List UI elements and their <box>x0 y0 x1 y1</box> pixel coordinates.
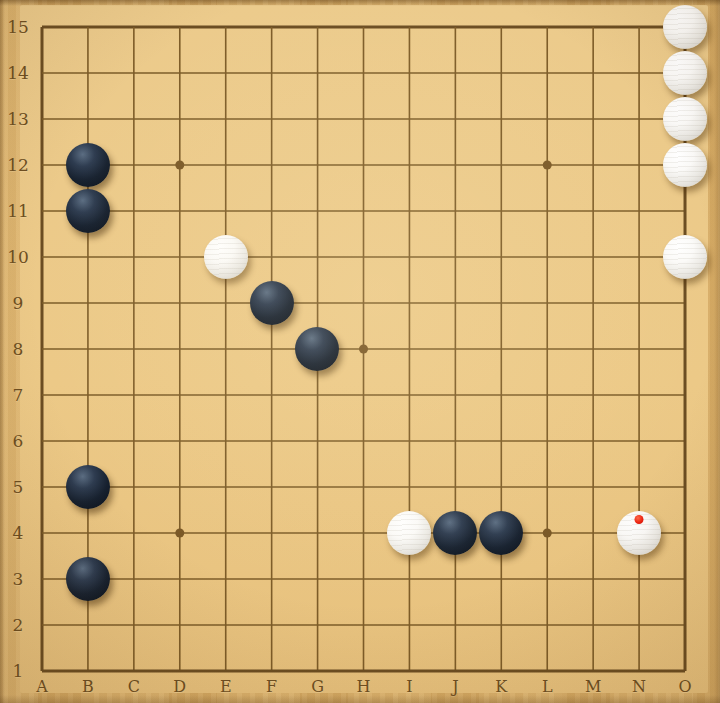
black-stone-B12 <box>66 143 110 187</box>
row-label-8: 8 <box>2 339 34 359</box>
intersection-C11[interactable] <box>111 188 157 234</box>
intersection-G7[interactable] <box>295 372 341 418</box>
intersection-K8[interactable] <box>478 326 524 372</box>
col-label-J: J <box>439 675 471 699</box>
intersection-E4[interactable] <box>203 510 249 556</box>
intersection-L9[interactable] <box>524 280 570 326</box>
intersection-J10[interactable] <box>432 234 478 280</box>
intersection-J11[interactable] <box>432 188 478 234</box>
intersection-F12[interactable] <box>249 142 295 188</box>
white-stone-I4 <box>387 511 431 555</box>
intersection-G14[interactable] <box>295 50 341 96</box>
intersection-G9[interactable] <box>295 280 341 326</box>
intersection-F5[interactable] <box>249 464 295 510</box>
row-label-15: 15 <box>2 17 34 37</box>
intersection-B10[interactable] <box>65 234 111 280</box>
intersection-D14[interactable] <box>157 50 203 96</box>
intersection-G5[interactable] <box>295 464 341 510</box>
intersection-E11[interactable] <box>203 188 249 234</box>
intersection-N10[interactable] <box>616 234 662 280</box>
intersection-F3[interactable] <box>249 556 295 602</box>
intersection-K10[interactable] <box>478 234 524 280</box>
intersection-O8[interactable] <box>662 326 708 372</box>
intersection-J6[interactable] <box>432 418 478 464</box>
black-stone-K4 <box>479 511 523 555</box>
intersection-G4[interactable] <box>295 510 341 556</box>
intersection-N2[interactable] <box>616 602 662 648</box>
intersection-H5[interactable] <box>340 464 386 510</box>
col-label-F: F <box>256 675 288 699</box>
intersection-I5[interactable] <box>386 464 432 510</box>
intersection-F11[interactable] <box>249 188 295 234</box>
intersection-G10[interactable] <box>295 234 341 280</box>
intersection-N14[interactable] <box>616 50 662 96</box>
intersection-M14[interactable] <box>570 50 616 96</box>
intersection-G15[interactable] <box>295 4 341 50</box>
intersection-I11[interactable] <box>386 188 432 234</box>
intersection-F6[interactable] <box>249 418 295 464</box>
white-stone-O10 <box>663 235 707 279</box>
white-stone-O14 <box>663 51 707 95</box>
intersection-D7[interactable] <box>157 372 203 418</box>
intersection-K7[interactable] <box>478 372 524 418</box>
intersection-H15[interactable] <box>340 4 386 50</box>
intersection-N6[interactable] <box>616 418 662 464</box>
intersection-M5[interactable] <box>570 464 616 510</box>
intersection-K2[interactable] <box>478 602 524 648</box>
row-label-10: 10 <box>2 247 34 267</box>
intersection-G12[interactable] <box>295 142 341 188</box>
intersection-M3[interactable] <box>570 556 616 602</box>
row-label-3: 3 <box>2 569 34 589</box>
intersection-O6[interactable] <box>662 418 708 464</box>
intersection-L4[interactable] <box>524 510 570 556</box>
black-stone-B5 <box>66 465 110 509</box>
intersection-L11[interactable] <box>524 188 570 234</box>
col-label-H: H <box>348 675 380 699</box>
col-label-I: I <box>393 675 425 699</box>
intersection-H2[interactable] <box>340 602 386 648</box>
intersection-F4[interactable] <box>249 510 295 556</box>
intersection-F14[interactable] <box>249 50 295 96</box>
intersection-J3[interactable] <box>432 556 478 602</box>
intersection-K11[interactable] <box>478 188 524 234</box>
intersection-N11[interactable] <box>616 188 662 234</box>
intersection-I10[interactable] <box>386 234 432 280</box>
intersection-I12[interactable] <box>386 142 432 188</box>
intersection-H14[interactable] <box>340 50 386 96</box>
intersection-E15[interactable] <box>203 4 249 50</box>
intersection-L8[interactable] <box>524 326 570 372</box>
intersection-H10[interactable] <box>340 234 386 280</box>
intersection-C12[interactable] <box>111 142 157 188</box>
intersection-E13[interactable] <box>203 96 249 142</box>
intersection-H9[interactable] <box>340 280 386 326</box>
intersection-B13[interactable] <box>65 96 111 142</box>
intersection-D10[interactable] <box>157 234 203 280</box>
col-label-B: B <box>72 675 104 699</box>
row-label-7: 7 <box>2 385 34 405</box>
intersection-E2[interactable] <box>203 602 249 648</box>
intersection-N3[interactable] <box>616 556 662 602</box>
intersection-I14[interactable] <box>386 50 432 96</box>
intersection-M15[interactable] <box>570 4 616 50</box>
intersection-O15[interactable] <box>662 4 708 50</box>
intersection-J15[interactable] <box>432 4 478 50</box>
intersection-B5[interactable] <box>65 464 111 510</box>
intersection-H4[interactable] <box>340 510 386 556</box>
black-stone-B11 <box>66 189 110 233</box>
row-label-12: 12 <box>2 155 34 175</box>
intersection-G13[interactable] <box>295 96 341 142</box>
intersection-E6[interactable] <box>203 418 249 464</box>
intersection-M13[interactable] <box>570 96 616 142</box>
intersection-O14[interactable] <box>662 50 708 96</box>
intersection-O9[interactable] <box>662 280 708 326</box>
intersection-L7[interactable] <box>524 372 570 418</box>
intersection-G8[interactable] <box>295 326 341 372</box>
intersection-L5[interactable] <box>524 464 570 510</box>
col-label-D: D <box>164 675 196 699</box>
intersection-F15[interactable] <box>249 4 295 50</box>
intersection-N15[interactable] <box>616 4 662 50</box>
col-label-N: N <box>623 675 655 699</box>
row-label-11: 11 <box>2 201 34 221</box>
intersection-K13[interactable] <box>478 96 524 142</box>
intersection-O3[interactable] <box>662 556 708 602</box>
intersection-H3[interactable] <box>340 556 386 602</box>
intersection-M12[interactable] <box>570 142 616 188</box>
intersection-N13[interactable] <box>616 96 662 142</box>
intersection-I8[interactable] <box>386 326 432 372</box>
intersection-C9[interactable] <box>111 280 157 326</box>
row-label-2: 2 <box>2 615 34 635</box>
intersection-E10[interactable] <box>203 234 249 280</box>
intersection-O11[interactable] <box>662 188 708 234</box>
intersection-F2[interactable] <box>249 602 295 648</box>
intersection-C15[interactable] <box>111 4 157 50</box>
intersection-M11[interactable] <box>570 188 616 234</box>
white-stone-O13 <box>663 97 707 141</box>
intersection-L12[interactable] <box>524 142 570 188</box>
intersection-D3[interactable] <box>157 556 203 602</box>
row-label-14: 14 <box>2 63 34 83</box>
intersection-C13[interactable] <box>111 96 157 142</box>
intersection-B15[interactable] <box>65 4 111 50</box>
intersection-F8[interactable] <box>249 326 295 372</box>
intersection-B11[interactable] <box>65 188 111 234</box>
white-stone-E10 <box>204 235 248 279</box>
intersection-L2[interactable] <box>524 602 570 648</box>
intersection-B7[interactable] <box>65 372 111 418</box>
intersection-D5[interactable] <box>157 464 203 510</box>
intersection-L3[interactable] <box>524 556 570 602</box>
col-label-A: A <box>26 675 58 699</box>
go-board[interactable] <box>19 4 708 694</box>
intersection-N7[interactable] <box>616 372 662 418</box>
row-label-5: 5 <box>2 477 34 497</box>
black-stone-B3 <box>66 557 110 601</box>
intersection-C14[interactable] <box>111 50 157 96</box>
intersection-D11[interactable] <box>157 188 203 234</box>
col-label-M: M <box>577 675 609 699</box>
intersection-D13[interactable] <box>157 96 203 142</box>
intersection-M10[interactable] <box>570 234 616 280</box>
intersection-H8[interactable] <box>340 326 386 372</box>
intersection-O2[interactable] <box>662 602 708 648</box>
intersection-J5[interactable] <box>432 464 478 510</box>
intersection-G11[interactable] <box>295 188 341 234</box>
intersection-I13[interactable] <box>386 96 432 142</box>
intersection-I3[interactable] <box>386 556 432 602</box>
intersection-N9[interactable] <box>616 280 662 326</box>
intersection-O4[interactable] <box>662 510 708 556</box>
col-label-O: O <box>669 675 701 699</box>
row-label-6: 6 <box>2 431 34 451</box>
last-move-marker <box>634 515 643 524</box>
intersection-J13[interactable] <box>432 96 478 142</box>
intersection-F13[interactable] <box>249 96 295 142</box>
intersection-L14[interactable] <box>524 50 570 96</box>
intersection-D12[interactable] <box>157 142 203 188</box>
intersection-F9[interactable] <box>249 280 295 326</box>
intersection-J4[interactable] <box>432 510 478 556</box>
intersection-L15[interactable] <box>524 4 570 50</box>
intersection-I6[interactable] <box>386 418 432 464</box>
intersection-K14[interactable] <box>478 50 524 96</box>
row-label-13: 13 <box>2 109 34 129</box>
intersection-K15[interactable] <box>478 4 524 50</box>
black-stone-J4 <box>433 511 477 555</box>
black-stone-G8 <box>295 327 339 371</box>
intersection-G2[interactable] <box>295 602 341 648</box>
intersection-O7[interactable] <box>662 372 708 418</box>
intersection-G6[interactable] <box>295 418 341 464</box>
intersection-I2[interactable] <box>386 602 432 648</box>
intersection-C2[interactable] <box>111 602 157 648</box>
intersection-K12[interactable] <box>478 142 524 188</box>
intersection-B2[interactable] <box>65 602 111 648</box>
intersection-D2[interactable] <box>157 602 203 648</box>
white-stone-N4 <box>617 511 661 555</box>
intersection-N12[interactable] <box>616 142 662 188</box>
intersection-B3[interactable] <box>65 556 111 602</box>
intersection-E5[interactable] <box>203 464 249 510</box>
intersection-J7[interactable] <box>432 372 478 418</box>
intersection-J8[interactable] <box>432 326 478 372</box>
row-label-9: 9 <box>2 293 34 313</box>
intersection-D4[interactable] <box>157 510 203 556</box>
intersection-O10[interactable] <box>662 234 708 280</box>
intersection-H11[interactable] <box>340 188 386 234</box>
intersection-F10[interactable] <box>249 234 295 280</box>
intersection-K4[interactable] <box>478 510 524 556</box>
col-label-E: E <box>210 675 242 699</box>
col-label-L: L <box>531 675 563 699</box>
intersection-N5[interactable] <box>616 464 662 510</box>
intersection-D15[interactable] <box>157 4 203 50</box>
intersection-C6[interactable] <box>111 418 157 464</box>
intersection-C10[interactable] <box>111 234 157 280</box>
intersection-K6[interactable] <box>478 418 524 464</box>
intersection-B9[interactable] <box>65 280 111 326</box>
col-label-C: C <box>118 675 150 699</box>
intersection-E12[interactable] <box>203 142 249 188</box>
intersection-E7[interactable] <box>203 372 249 418</box>
intersection-N8[interactable] <box>616 326 662 372</box>
intersection-C5[interactable] <box>111 464 157 510</box>
intersection-B8[interactable] <box>65 326 111 372</box>
intersection-I15[interactable] <box>386 4 432 50</box>
intersection-C7[interactable] <box>111 372 157 418</box>
intersection-M7[interactable] <box>570 372 616 418</box>
intersection-K3[interactable] <box>478 556 524 602</box>
intersection-K9[interactable] <box>478 280 524 326</box>
intersection-J2[interactable] <box>432 602 478 648</box>
intersection-C8[interactable] <box>111 326 157 372</box>
intersection-E9[interactable] <box>203 280 249 326</box>
intersection-I4[interactable] <box>386 510 432 556</box>
intersection-E14[interactable] <box>203 50 249 96</box>
intersection-J14[interactable] <box>432 50 478 96</box>
intersection-L13[interactable] <box>524 96 570 142</box>
intersection-D9[interactable] <box>157 280 203 326</box>
intersection-E3[interactable] <box>203 556 249 602</box>
intersection-L10[interactable] <box>524 234 570 280</box>
col-label-G: G <box>302 675 334 699</box>
intersection-H13[interactable] <box>340 96 386 142</box>
intersection-J9[interactable] <box>432 280 478 326</box>
intersection-J12[interactable] <box>432 142 478 188</box>
intersection-B14[interactable] <box>65 50 111 96</box>
intersection-C4[interactable] <box>111 510 157 556</box>
intersection-M9[interactable] <box>570 280 616 326</box>
intersection-D8[interactable] <box>157 326 203 372</box>
intersection-M2[interactable] <box>570 602 616 648</box>
intersection-L6[interactable] <box>524 418 570 464</box>
row-label-4: 4 <box>2 523 34 543</box>
intersection-M6[interactable] <box>570 418 616 464</box>
intersection-H6[interactable] <box>340 418 386 464</box>
intersection-B6[interactable] <box>65 418 111 464</box>
intersection-C3[interactable] <box>111 556 157 602</box>
intersection-F7[interactable] <box>249 372 295 418</box>
intersection-G3[interactable] <box>295 556 341 602</box>
intersection-O13[interactable] <box>662 96 708 142</box>
intersection-N4[interactable] <box>616 510 662 556</box>
intersection-M8[interactable] <box>570 326 616 372</box>
white-stone-O12 <box>663 143 707 187</box>
intersection-B12[interactable] <box>65 142 111 188</box>
intersection-E8[interactable] <box>203 326 249 372</box>
intersection-M4[interactable] <box>570 510 616 556</box>
intersection-K5[interactable] <box>478 464 524 510</box>
intersection-B4[interactable] <box>65 510 111 556</box>
intersection-O5[interactable] <box>662 464 708 510</box>
col-label-K: K <box>485 675 517 699</box>
intersection-H7[interactable] <box>340 372 386 418</box>
intersection-H12[interactable] <box>340 142 386 188</box>
black-stone-F9 <box>250 281 294 325</box>
intersection-D6[interactable] <box>157 418 203 464</box>
intersection-O12[interactable] <box>662 142 708 188</box>
intersection-I7[interactable] <box>386 372 432 418</box>
intersection-I9[interactable] <box>386 280 432 326</box>
white-stone-O15 <box>663 5 707 49</box>
